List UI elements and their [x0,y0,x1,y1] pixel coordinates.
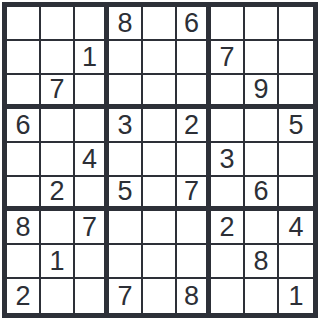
cell-r3c8[interactable]: 9 [245,75,279,109]
cell-r9c1[interactable]: 2 [7,279,41,313]
cell-r5c5[interactable] [143,143,177,177]
cell-r6c9[interactable] [279,177,313,211]
cell-r7c4[interactable] [109,211,143,245]
cell-r3c1[interactable] [7,75,41,109]
cell-r6c7[interactable] [211,177,245,211]
cell-r4c2[interactable] [41,109,75,143]
cell-r5c8[interactable] [245,143,279,177]
cell-r8c1[interactable] [7,245,41,279]
cell-r2c7[interactable]: 7 [211,41,245,75]
cell-r1c6[interactable]: 6 [177,7,211,41]
cell-r6c4[interactable]: 5 [109,177,143,211]
cell-r9c5[interactable] [143,279,177,313]
cell-r3c4[interactable] [109,75,143,109]
cell-r3c3[interactable] [75,75,109,109]
cell-r5c1[interactable] [7,143,41,177]
cell-r9c8[interactable] [245,279,279,313]
cell-r8c2[interactable]: 1 [41,245,75,279]
cell-r2c5[interactable] [143,41,177,75]
cell-r9c2[interactable] [41,279,75,313]
cell-r8c3[interactable] [75,245,109,279]
cell-r3c7[interactable] [211,75,245,109]
cell-r8c9[interactable] [279,245,313,279]
cell-r2c4[interactable] [109,41,143,75]
cell-r2c2[interactable] [41,41,75,75]
cell-r4c3[interactable] [75,109,109,143]
cell-r9c9[interactable]: 1 [279,279,313,313]
cell-r6c5[interactable] [143,177,177,211]
cell-r1c2[interactable] [41,7,75,41]
cell-r7c2[interactable] [41,211,75,245]
cell-r3c9[interactable] [279,75,313,109]
cell-r8c4[interactable] [109,245,143,279]
cell-r1c4[interactable]: 8 [109,7,143,41]
cell-r4c5[interactable] [143,109,177,143]
cell-r4c6[interactable]: 2 [177,109,211,143]
cell-r1c3[interactable] [75,7,109,41]
cell-r7c6[interactable] [177,211,211,245]
sudoku-board: 86177963254325768724182781 [2,2,318,318]
cell-r7c1[interactable]: 8 [7,211,41,245]
cell-r4c8[interactable] [245,109,279,143]
cell-r3c5[interactable] [143,75,177,109]
cell-r3c2[interactable]: 7 [41,75,75,109]
cell-r9c3[interactable] [75,279,109,313]
cell-r1c9[interactable] [279,7,313,41]
cell-r7c3[interactable]: 7 [75,211,109,245]
cell-r7c9[interactable]: 4 [279,211,313,245]
cell-r5c6[interactable] [177,143,211,177]
cell-r6c1[interactable] [7,177,41,211]
cell-r8c8[interactable]: 8 [245,245,279,279]
cell-r7c5[interactable] [143,211,177,245]
cell-r7c7[interactable]: 2 [211,211,245,245]
cell-r3c6[interactable] [177,75,211,109]
cell-r9c7[interactable] [211,279,245,313]
cell-r1c8[interactable] [245,7,279,41]
cell-r2c9[interactable] [279,41,313,75]
cell-r4c4[interactable]: 3 [109,109,143,143]
cell-r2c3[interactable]: 1 [75,41,109,75]
cell-r1c1[interactable] [7,7,41,41]
cell-r2c6[interactable] [177,41,211,75]
cell-r8c5[interactable] [143,245,177,279]
cell-r5c4[interactable] [109,143,143,177]
cell-r5c2[interactable] [41,143,75,177]
cell-r4c9[interactable]: 5 [279,109,313,143]
cell-r1c5[interactable] [143,7,177,41]
cell-r2c8[interactable] [245,41,279,75]
cell-r8c7[interactable] [211,245,245,279]
cell-r6c3[interactable] [75,177,109,211]
cell-r5c3[interactable]: 4 [75,143,109,177]
cell-r5c7[interactable]: 3 [211,143,245,177]
cell-r1c7[interactable] [211,7,245,41]
cell-r4c7[interactable] [211,109,245,143]
cell-r5c9[interactable] [279,143,313,177]
cell-r9c4[interactable]: 7 [109,279,143,313]
cell-r6c8[interactable]: 6 [245,177,279,211]
cell-r2c1[interactable] [7,41,41,75]
cell-r4c1[interactable]: 6 [7,109,41,143]
cell-r9c6[interactable]: 8 [177,279,211,313]
cell-r7c8[interactable] [245,211,279,245]
cell-r6c2[interactable]: 2 [41,177,75,211]
cell-r6c6[interactable]: 7 [177,177,211,211]
cell-r8c6[interactable] [177,245,211,279]
